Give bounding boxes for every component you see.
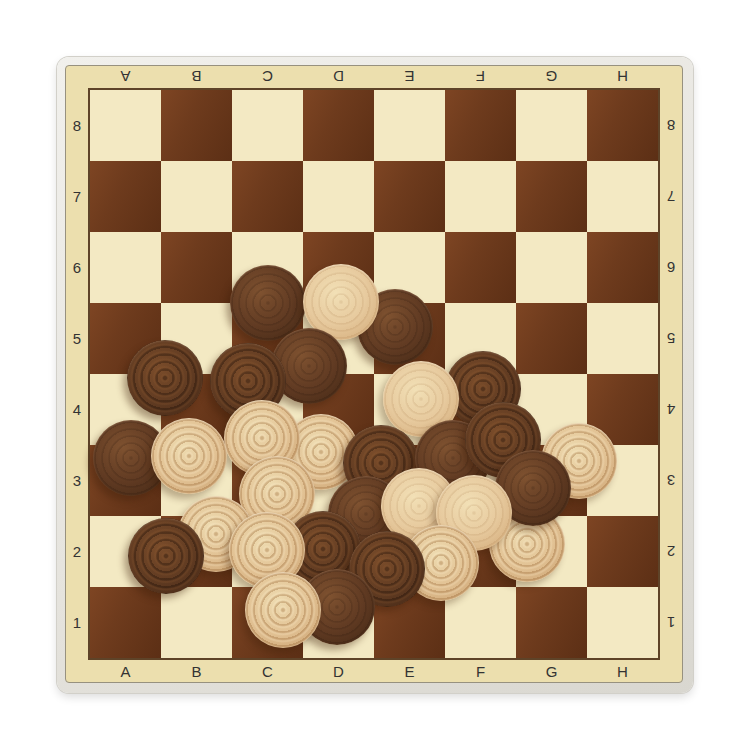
square-e7[interactable] xyxy=(374,161,445,232)
coord-label-a: A xyxy=(90,68,161,86)
coord-label-c: C xyxy=(232,662,303,680)
square-g8[interactable] xyxy=(516,90,587,161)
coord-label-b: B xyxy=(161,662,232,680)
square-e8[interactable] xyxy=(374,90,445,161)
square-h5[interactable] xyxy=(587,303,658,374)
square-f6[interactable] xyxy=(445,232,516,303)
square-g6[interactable] xyxy=(516,232,587,303)
coord-label-3: 3 xyxy=(662,445,680,516)
square-h7[interactable] xyxy=(587,161,658,232)
square-a6[interactable] xyxy=(90,232,161,303)
coord-label-f: F xyxy=(445,68,516,86)
file-labels-bottom: ABCDEFGH xyxy=(90,662,658,680)
coord-label-6: 6 xyxy=(68,232,86,303)
square-a7[interactable] xyxy=(90,161,161,232)
coord-label-c: C xyxy=(232,68,303,86)
square-a1[interactable] xyxy=(90,587,161,658)
coord-label-d: D xyxy=(303,662,374,680)
coord-label-7: 7 xyxy=(68,161,86,232)
square-g7[interactable] xyxy=(516,161,587,232)
rank-labels-right: 87654321 xyxy=(662,90,680,658)
coord-label-d: D xyxy=(303,68,374,86)
square-f8[interactable] xyxy=(445,90,516,161)
coord-label-4: 4 xyxy=(68,374,86,445)
coord-label-8: 8 xyxy=(662,90,680,161)
coord-label-4: 4 xyxy=(662,374,680,445)
coord-label-e: E xyxy=(374,662,445,680)
coord-label-h: H xyxy=(587,662,658,680)
square-c8[interactable] xyxy=(232,90,303,161)
coord-label-3: 3 xyxy=(68,445,86,516)
square-f7[interactable] xyxy=(445,161,516,232)
square-d8[interactable] xyxy=(303,90,374,161)
square-h8[interactable] xyxy=(587,90,658,161)
square-d7[interactable] xyxy=(303,161,374,232)
square-g5[interactable] xyxy=(516,303,587,374)
square-b1[interactable] xyxy=(161,587,232,658)
dark-checker-piece[interactable] xyxy=(128,518,204,594)
coord-label-1: 1 xyxy=(68,587,86,658)
light-checker-piece[interactable] xyxy=(151,418,227,494)
square-c7[interactable] xyxy=(232,161,303,232)
square-g1[interactable] xyxy=(516,587,587,658)
coord-label-a: A xyxy=(90,662,161,680)
square-h2[interactable] xyxy=(587,516,658,587)
coord-label-8: 8 xyxy=(68,90,86,161)
coord-label-6: 6 xyxy=(662,232,680,303)
coord-label-g: G xyxy=(516,68,587,86)
coord-label-2: 2 xyxy=(662,516,680,587)
square-a8[interactable] xyxy=(90,90,161,161)
coord-label-b: B xyxy=(161,68,232,86)
dark-checker-piece[interactable] xyxy=(127,340,203,416)
coord-label-2: 2 xyxy=(68,516,86,587)
square-b8[interactable] xyxy=(161,90,232,161)
coord-label-g: G xyxy=(516,662,587,680)
light-checker-piece[interactable] xyxy=(245,572,321,648)
square-h6[interactable] xyxy=(587,232,658,303)
coord-label-7: 7 xyxy=(662,161,680,232)
square-h1[interactable] xyxy=(587,587,658,658)
coord-label-f: F xyxy=(445,662,516,680)
coord-label-e: E xyxy=(374,68,445,86)
rank-labels-left: 87654321 xyxy=(68,90,86,658)
square-b7[interactable] xyxy=(161,161,232,232)
coord-label-h: H xyxy=(587,68,658,86)
file-labels-top: ABCDEFGH xyxy=(90,68,658,86)
coord-label-5: 5 xyxy=(68,303,86,374)
coord-label-5: 5 xyxy=(662,303,680,374)
coord-label-1: 1 xyxy=(662,587,680,658)
square-b6[interactable] xyxy=(161,232,232,303)
